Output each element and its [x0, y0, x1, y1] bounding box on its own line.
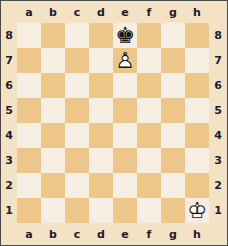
rank-label-2: 2 — [209, 173, 227, 198]
square-d1[interactable] — [89, 198, 113, 223]
square-h8[interactable] — [185, 23, 209, 48]
square-c4[interactable] — [65, 123, 89, 148]
file-label-a: a — [17, 1, 41, 23]
square-b6[interactable] — [41, 73, 65, 98]
square-h7[interactable] — [185, 48, 209, 73]
square-a5[interactable] — [17, 98, 41, 123]
file-label-a: a — [17, 223, 41, 245]
square-c2[interactable] — [65, 173, 89, 198]
square-d4[interactable] — [89, 123, 113, 148]
square-d8[interactable] — [89, 23, 113, 48]
square-d2[interactable] — [89, 173, 113, 198]
rank-label-5: 5 — [1, 98, 17, 123]
square-g8[interactable] — [161, 23, 185, 48]
square-g5[interactable] — [161, 98, 185, 123]
black-king-piece[interactable]: ♚ — [113, 23, 137, 48]
rank-label-8: 8 — [1, 23, 17, 48]
square-h4[interactable] — [185, 123, 209, 148]
square-f6[interactable] — [137, 73, 161, 98]
square-f4[interactable] — [137, 123, 161, 148]
square-b1[interactable] — [41, 198, 65, 223]
rank-label-5: 5 — [209, 98, 227, 123]
square-e5[interactable] — [113, 98, 137, 123]
square-g3[interactable] — [161, 148, 185, 173]
rank-label-6: 6 — [209, 73, 227, 98]
rank-label-3: 3 — [209, 148, 227, 173]
file-labels-bottom: abcdefgh — [17, 223, 209, 245]
square-h5[interactable] — [185, 98, 209, 123]
square-a7[interactable] — [17, 48, 41, 73]
square-f1[interactable] — [137, 198, 161, 223]
square-a4[interactable] — [17, 123, 41, 148]
file-label-h: h — [185, 223, 209, 245]
square-b5[interactable] — [41, 98, 65, 123]
file-label-h: h — [185, 1, 209, 23]
square-d5[interactable] — [89, 98, 113, 123]
square-e1[interactable] — [113, 198, 137, 223]
chess-board-diagram: abcdefgh 87654321 ♚♟♙♚♔ 87654321 abcdefg… — [0, 0, 228, 246]
square-f8[interactable] — [137, 23, 161, 48]
rank-label-7: 7 — [1, 48, 17, 73]
file-label-e: e — [113, 1, 137, 23]
rank-label-2: 2 — [1, 173, 17, 198]
square-g2[interactable] — [161, 173, 185, 198]
square-h2[interactable] — [185, 173, 209, 198]
file-label-f: f — [137, 223, 161, 245]
square-f2[interactable] — [137, 173, 161, 198]
square-g6[interactable] — [161, 73, 185, 98]
square-c3[interactable] — [65, 148, 89, 173]
square-d6[interactable] — [89, 73, 113, 98]
white-pawn-piece[interactable]: ♙ — [113, 48, 137, 73]
square-b3[interactable] — [41, 148, 65, 173]
square-a3[interactable] — [17, 148, 41, 173]
square-g1[interactable] — [161, 198, 185, 223]
square-e7[interactable]: ♟♙ — [113, 48, 137, 73]
square-f5[interactable] — [137, 98, 161, 123]
file-label-e: e — [113, 223, 137, 245]
rank-label-7: 7 — [209, 48, 227, 73]
file-label-b: b — [41, 223, 65, 245]
square-f3[interactable] — [137, 148, 161, 173]
file-label-d: d — [89, 223, 113, 245]
rank-label-4: 4 — [209, 123, 227, 148]
file-label-c: c — [65, 223, 89, 245]
file-label-g: g — [161, 1, 185, 23]
file-label-g: g — [161, 223, 185, 245]
square-b2[interactable] — [41, 173, 65, 198]
square-e8[interactable]: ♚ — [113, 23, 137, 48]
square-c6[interactable] — [65, 73, 89, 98]
white-king-piece[interactable]: ♔ — [185, 198, 209, 223]
rank-label-6: 6 — [1, 73, 17, 98]
rank-label-3: 3 — [1, 148, 17, 173]
square-d3[interactable] — [89, 148, 113, 173]
file-label-f: f — [137, 1, 161, 23]
square-c1[interactable] — [65, 198, 89, 223]
file-labels-top: abcdefgh — [17, 1, 209, 23]
square-f7[interactable] — [137, 48, 161, 73]
square-e3[interactable] — [113, 148, 137, 173]
file-label-b: b — [41, 1, 65, 23]
square-h1[interactable]: ♚♔ — [185, 198, 209, 223]
rank-label-1: 1 — [1, 198, 17, 223]
square-b8[interactable] — [41, 23, 65, 48]
square-b7[interactable] — [41, 48, 65, 73]
square-a8[interactable] — [17, 23, 41, 48]
rank-label-4: 4 — [1, 123, 17, 148]
square-c7[interactable] — [65, 48, 89, 73]
square-e4[interactable] — [113, 123, 137, 148]
square-d7[interactable] — [89, 48, 113, 73]
rank-label-1: 1 — [209, 198, 227, 223]
rank-labels-left: 87654321 — [1, 23, 17, 223]
rank-label-8: 8 — [209, 23, 227, 48]
chess-board: ♚♟♙♚♔ — [17, 23, 209, 223]
square-e2[interactable] — [113, 173, 137, 198]
square-g7[interactable] — [161, 48, 185, 73]
square-g4[interactable] — [161, 123, 185, 148]
square-a6[interactable] — [17, 73, 41, 98]
square-c8[interactable] — [65, 23, 89, 48]
file-label-c: c — [65, 1, 89, 23]
square-b4[interactable] — [41, 123, 65, 148]
square-a1[interactable] — [17, 198, 41, 223]
file-label-d: d — [89, 1, 113, 23]
square-h6[interactable] — [185, 73, 209, 98]
square-c5[interactable] — [65, 98, 89, 123]
square-h3[interactable] — [185, 148, 209, 173]
rank-labels-right: 87654321 — [209, 23, 227, 223]
square-a2[interactable] — [17, 173, 41, 198]
square-e6[interactable] — [113, 73, 137, 98]
